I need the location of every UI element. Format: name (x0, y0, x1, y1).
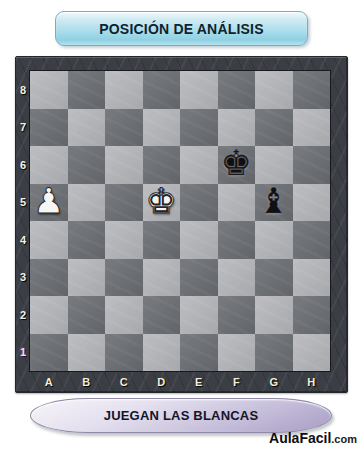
file-label-d: D (143, 371, 181, 393)
square-a5: ♟ (30, 184, 68, 222)
square-h2 (293, 296, 331, 334)
square-f8 (218, 71, 256, 109)
square-g8 (255, 71, 293, 109)
file-label-e: E (180, 371, 218, 393)
rank-labels: 87654321 (16, 71, 30, 371)
rank-label-2: 2 (16, 296, 30, 334)
white-king: ♚ (146, 184, 177, 219)
square-d6 (143, 146, 181, 184)
square-h6 (293, 146, 331, 184)
square-h3 (293, 259, 331, 297)
square-b8 (68, 71, 106, 109)
square-d8 (143, 71, 181, 109)
square-g7 (255, 109, 293, 147)
rank-label-5: 5 (16, 184, 30, 222)
white-pawn: ♟ (33, 184, 64, 219)
page: POSICIÓN DE ANÁLISIS 87654321 ♚♟♚♝ ABCDE… (0, 0, 362, 449)
square-g5: ♝ (255, 184, 293, 222)
square-g4 (255, 221, 293, 259)
square-d1 (143, 334, 181, 372)
square-b4 (68, 221, 106, 259)
brand-name: AulaFacil (269, 430, 331, 446)
rank-label-8: 8 (16, 71, 30, 109)
square-e5 (180, 184, 218, 222)
file-label-g: G (255, 371, 293, 393)
square-d4 (143, 221, 181, 259)
square-c2 (105, 296, 143, 334)
square-g1 (255, 334, 293, 372)
turn-banner-label: JUEGAN LAS BLANCAS (104, 408, 259, 423)
square-a4 (30, 221, 68, 259)
square-e4 (180, 221, 218, 259)
file-label-b: B (68, 371, 106, 393)
brand-text: AulaFacil.com (269, 430, 357, 446)
rank-label-4: 4 (16, 221, 30, 259)
rank-label-6: 6 (16, 146, 30, 184)
square-a3 (30, 259, 68, 297)
square-f4 (218, 221, 256, 259)
square-c5 (105, 184, 143, 222)
rank-label-1: 1 (16, 334, 30, 372)
square-g6 (255, 146, 293, 184)
square-e1 (180, 334, 218, 372)
square-b7 (68, 109, 106, 147)
square-c4 (105, 221, 143, 259)
square-f2 (218, 296, 256, 334)
square-a2 (30, 296, 68, 334)
square-f3 (218, 259, 256, 297)
square-g2 (255, 296, 293, 334)
square-e6 (180, 146, 218, 184)
square-b3 (68, 259, 106, 297)
square-d3 (143, 259, 181, 297)
square-e7 (180, 109, 218, 147)
square-c6 (105, 146, 143, 184)
rank-label-3: 3 (16, 259, 30, 297)
file-label-f: F (218, 371, 256, 393)
square-d5: ♚ (143, 184, 181, 222)
square-e3 (180, 259, 218, 297)
square-c7 (105, 109, 143, 147)
square-e8 (180, 71, 218, 109)
square-h8 (293, 71, 331, 109)
square-f6: ♚ (218, 146, 256, 184)
square-h4 (293, 221, 331, 259)
chess-board: ♚♟♚♝ (30, 71, 330, 371)
analysis-banner-label: POSICIÓN DE ANÁLISIS (99, 21, 264, 37)
file-label-c: C (105, 371, 143, 393)
square-d7 (143, 109, 181, 147)
square-c1 (105, 334, 143, 372)
turn-banner: JUEGAN LAS BLANCAS (30, 398, 332, 433)
square-c3 (105, 259, 143, 297)
analysis-banner: POSICIÓN DE ANÁLISIS (55, 11, 308, 46)
square-f1 (218, 334, 256, 372)
square-b2 (68, 296, 106, 334)
square-a6 (30, 146, 68, 184)
file-labels: ABCDEFGH (30, 371, 330, 393)
square-h1 (293, 334, 331, 372)
square-d2 (143, 296, 181, 334)
chess-board-frame: 87654321 ♚♟♚♝ ABCDEFGH (15, 56, 348, 393)
brand-suffix: .com (331, 433, 357, 445)
file-label-a: A (30, 371, 68, 393)
square-f7 (218, 109, 256, 147)
square-b5 (68, 184, 106, 222)
black-king: ♚ (221, 146, 252, 181)
square-b6 (68, 146, 106, 184)
square-b1 (68, 334, 106, 372)
square-g3 (255, 259, 293, 297)
file-label-h: H (293, 371, 331, 393)
square-a7 (30, 109, 68, 147)
square-a1 (30, 334, 68, 372)
rank-label-7: 7 (16, 109, 30, 147)
square-e2 (180, 296, 218, 334)
square-h7 (293, 109, 331, 147)
square-c8 (105, 71, 143, 109)
square-f5 (218, 184, 256, 222)
black-bishop: ♝ (258, 184, 289, 219)
square-h5 (293, 184, 331, 222)
square-a8 (30, 71, 68, 109)
